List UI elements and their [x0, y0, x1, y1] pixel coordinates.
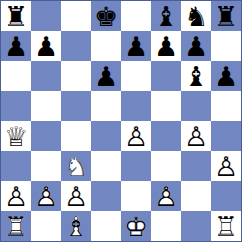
square-d6[interactable]: ♟: [91, 61, 121, 91]
square-b7[interactable]: ♟: [31, 31, 61, 61]
piece-white-pawn-fill: ♟: [1, 181, 31, 211]
square-c6[interactable]: [61, 61, 91, 91]
square-a1[interactable]: ♜♖: [1, 211, 31, 241]
square-a4[interactable]: ♛♕: [1, 121, 31, 151]
square-g6[interactable]: ♝: [181, 61, 211, 91]
square-b1[interactable]: [31, 211, 61, 241]
square-g1[interactable]: [181, 211, 211, 241]
square-f5[interactable]: [151, 91, 181, 121]
piece-white-pawn: ♙: [1, 181, 31, 211]
square-g7[interactable]: ♟: [181, 31, 211, 61]
piece-white-knight-fill: ♞: [61, 151, 91, 181]
piece-white-rook-fill: ♜: [1, 211, 31, 241]
square-e1[interactable]: ♚♔: [121, 211, 151, 241]
square-g3[interactable]: [181, 151, 211, 181]
square-f4[interactable]: [151, 121, 181, 151]
square-c3[interactable]: ♞♘: [61, 151, 91, 181]
piece-black-rook: ♜: [211, 1, 241, 31]
piece-white-queen-fill: ♛: [1, 121, 31, 151]
square-f3[interactable]: [151, 151, 181, 181]
square-h2[interactable]: [211, 181, 241, 211]
square-c7[interactable]: [61, 31, 91, 61]
piece-white-rook-fill: ♜: [211, 211, 241, 241]
piece-white-bishop-fill: ♝: [61, 211, 91, 241]
piece-white-pawn-fill: ♟: [121, 121, 151, 151]
piece-black-rook: ♜: [1, 1, 31, 31]
square-g2[interactable]: [181, 181, 211, 211]
piece-white-knight: ♘: [61, 151, 91, 181]
square-e2[interactable]: [121, 181, 151, 211]
square-c5[interactable]: [61, 91, 91, 121]
square-a7[interactable]: ♟: [1, 31, 31, 61]
piece-black-pawn: ♟: [211, 61, 241, 91]
piece-black-pawn: ♟: [31, 31, 61, 61]
square-b4[interactable]: [31, 121, 61, 151]
square-d5[interactable]: [91, 91, 121, 121]
square-h3[interactable]: ♟♙: [211, 151, 241, 181]
piece-white-bishop: ♗: [61, 211, 91, 241]
piece-white-pawn-fill: ♟: [61, 181, 91, 211]
chess-board: ♜♚♝♞♜♟♟♟♟♟♟♝♟♛♕♟♙♟♙♞♘♟♙♟♙♟♙♟♙♟♙♜♖♝♗♚♔♜♖: [0, 0, 242, 242]
square-b2[interactable]: ♟♙: [31, 181, 61, 211]
square-c1[interactable]: ♝♗: [61, 211, 91, 241]
piece-black-pawn: ♟: [1, 31, 31, 61]
square-g4[interactable]: ♟♙: [181, 121, 211, 151]
square-f8[interactable]: ♝: [151, 1, 181, 31]
piece-white-king: ♔: [121, 211, 151, 241]
piece-black-king: ♚: [91, 1, 121, 31]
square-g8[interactable]: ♞: [181, 1, 211, 31]
square-f7[interactable]: ♟: [151, 31, 181, 61]
piece-black-pawn: ♟: [91, 61, 121, 91]
square-a5[interactable]: [1, 91, 31, 121]
square-f2[interactable]: ♟♙: [151, 181, 181, 211]
square-c4[interactable]: [61, 121, 91, 151]
square-e8[interactable]: [121, 1, 151, 31]
piece-black-bishop: ♝: [151, 1, 181, 31]
piece-black-knight: ♞: [181, 1, 211, 31]
piece-white-pawn: ♙: [181, 121, 211, 151]
piece-white-pawn: ♙: [151, 181, 181, 211]
piece-white-pawn-fill: ♟: [211, 151, 241, 181]
square-d3[interactable]: [91, 151, 121, 181]
square-b5[interactable]: [31, 91, 61, 121]
square-g5[interactable]: [181, 91, 211, 121]
square-h1[interactable]: ♜♖: [211, 211, 241, 241]
square-e7[interactable]: ♟: [121, 31, 151, 61]
piece-black-bishop: ♝: [181, 61, 211, 91]
square-a2[interactable]: ♟♙: [1, 181, 31, 211]
piece-white-rook: ♖: [1, 211, 31, 241]
square-h8[interactable]: ♜: [211, 1, 241, 31]
square-e3[interactable]: [121, 151, 151, 181]
square-h4[interactable]: [211, 121, 241, 151]
square-d7[interactable]: [91, 31, 121, 61]
square-e4[interactable]: ♟♙: [121, 121, 151, 151]
square-h7[interactable]: [211, 31, 241, 61]
square-f1[interactable]: [151, 211, 181, 241]
piece-white-pawn: ♙: [31, 181, 61, 211]
piece-white-pawn: ♙: [61, 181, 91, 211]
piece-white-pawn-fill: ♟: [181, 121, 211, 151]
square-h5[interactable]: [211, 91, 241, 121]
square-b6[interactable]: [31, 61, 61, 91]
square-d2[interactable]: [91, 181, 121, 211]
piece-black-pawn: ♟: [121, 31, 151, 61]
square-f6[interactable]: [151, 61, 181, 91]
piece-white-pawn-fill: ♟: [151, 181, 181, 211]
piece-black-pawn: ♟: [181, 31, 211, 61]
square-c2[interactable]: ♟♙: [61, 181, 91, 211]
square-b3[interactable]: [31, 151, 61, 181]
piece-white-pawn-fill: ♟: [31, 181, 61, 211]
piece-white-pawn: ♙: [121, 121, 151, 151]
piece-white-pawn: ♙: [211, 151, 241, 181]
square-d8[interactable]: ♚: [91, 1, 121, 31]
square-e6[interactable]: [121, 61, 151, 91]
square-d1[interactable]: [91, 211, 121, 241]
square-a3[interactable]: [1, 151, 31, 181]
piece-white-rook: ♖: [211, 211, 241, 241]
square-b8[interactable]: [31, 1, 61, 31]
square-h6[interactable]: ♟: [211, 61, 241, 91]
square-c8[interactable]: [61, 1, 91, 31]
square-d4[interactable]: [91, 121, 121, 151]
square-e5[interactable]: [121, 91, 151, 121]
square-a6[interactable]: [1, 61, 31, 91]
piece-white-king-fill: ♚: [121, 211, 151, 241]
square-a8[interactable]: ♜: [1, 1, 31, 31]
piece-black-pawn: ♟: [151, 31, 181, 61]
piece-white-queen: ♕: [1, 121, 31, 151]
